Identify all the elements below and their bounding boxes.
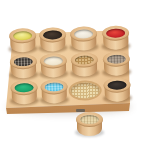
cell-r1c2	[38, 27, 68, 53]
cell-r3c3	[69, 77, 103, 104]
cell-r3c4	[102, 77, 132, 103]
disc-texture-face	[107, 80, 126, 90]
disc-dark-gravel[interactable]	[10, 54, 38, 80]
off-board-area	[76, 112, 103, 137]
disc-grey-sand[interactable]	[102, 51, 130, 77]
disc-texture-face	[80, 115, 99, 124]
disc-green-felt[interactable]	[11, 80, 39, 106]
disc-black-felt2[interactable]	[103, 77, 131, 103]
cell-r2c4	[101, 51, 131, 77]
cell-r1c3	[67, 26, 101, 53]
disc-white-felt[interactable]	[70, 27, 98, 53]
disc-texture-face	[44, 82, 63, 92]
disc-black-felt[interactable]	[39, 27, 67, 53]
disc-blue-glitter[interactable]	[40, 79, 68, 105]
disc-yellow-felt[interactable]	[9, 28, 37, 54]
disc-sand-paper[interactable]	[76, 112, 103, 137]
empty-recess[interactable]	[69, 80, 103, 101]
disc-cream-smooth[interactable]	[40, 53, 68, 79]
cell-r2c3	[68, 52, 102, 79]
scene	[0, 0, 150, 150]
cell-r3c1	[9, 79, 39, 105]
cell-r2c2	[38, 53, 68, 79]
disc-tan-weave[interactable]	[71, 52, 99, 78]
tactile-grid	[8, 25, 132, 105]
cell-r3c2	[39, 78, 69, 104]
cell-r1c4	[100, 25, 130, 51]
disc-red-felt[interactable]	[102, 26, 130, 52]
cell-r1c1	[8, 28, 38, 54]
cell-r2c1	[9, 54, 39, 80]
